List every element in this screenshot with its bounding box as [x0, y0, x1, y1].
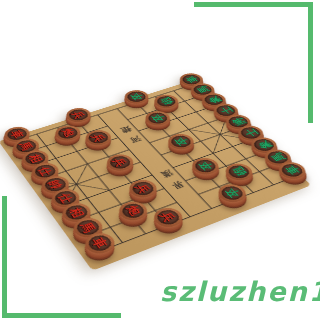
piece-character: 卒: [164, 131, 199, 152]
piece-red-C[interactable]: 炮: [114, 198, 152, 223]
piece-red-P[interactable]: 兵: [125, 177, 162, 200]
piece-character: 卒: [141, 109, 174, 128]
piece-red-C[interactable]: 炮: [51, 123, 84, 143]
piece-red-P[interactable]: 兵: [102, 152, 137, 174]
piece-character: 兵: [125, 177, 162, 200]
piece-red-P[interactable]: 兵: [149, 205, 187, 230]
frame-bracket-top-right: [194, 2, 313, 7]
piece-character: 炮: [114, 198, 152, 223]
piece-red-P[interactable]: 兵: [82, 128, 116, 148]
piece-green-p[interactable]: 卒: [121, 88, 153, 106]
piece-red-P[interactable]: 兵: [62, 106, 94, 125]
piece-character: 兵: [82, 128, 116, 148]
piece-character: 卒: [187, 155, 223, 177]
piece-character: 炮: [51, 123, 84, 143]
piece-green-p[interactable]: 卒: [213, 181, 251, 205]
piece-green-p[interactable]: 卒: [164, 131, 199, 152]
frame-bracket-bottom-left: [2, 313, 121, 318]
product-photo-canvas: 楚 河 漢 界 車馬卒象砲士兵卒將炮士車兵卒象馬馬相兵卒車仕砲帥兵卒仕炮相兵馬車…: [0, 0, 320, 320]
xiangqi-board: 楚 河 漢 界 車馬卒象砲士兵卒將炮士車兵卒象馬馬相兵卒車仕砲帥兵卒仕炮相兵馬車: [0, 80, 311, 271]
piece-character: 砲: [220, 161, 257, 183]
piece-green-p[interactable]: 卒: [141, 109, 174, 128]
piece-character: 砲: [150, 92, 182, 110]
piece-character: 兵: [102, 152, 137, 174]
piece-green-c[interactable]: 砲: [220, 161, 257, 183]
piece-green-p[interactable]: 卒: [187, 155, 223, 177]
piece-green-c[interactable]: 砲: [150, 92, 182, 110]
watermark-text: szluzhen1: [160, 276, 320, 307]
frame-bracket-top-right-vertical: [308, 2, 313, 123]
piece-character: 卒: [121, 88, 153, 106]
piece-character: 兵: [62, 106, 94, 125]
piece-character: 兵: [149, 205, 187, 230]
frame-bracket-bottom-left-vertical: [2, 196, 7, 318]
pieces-layer: 車馬卒象砲士兵卒將炮士車兵卒象馬馬相兵卒車仕砲帥兵卒仕炮相兵馬車: [2, 72, 309, 255]
piece-character: 卒: [213, 181, 251, 205]
